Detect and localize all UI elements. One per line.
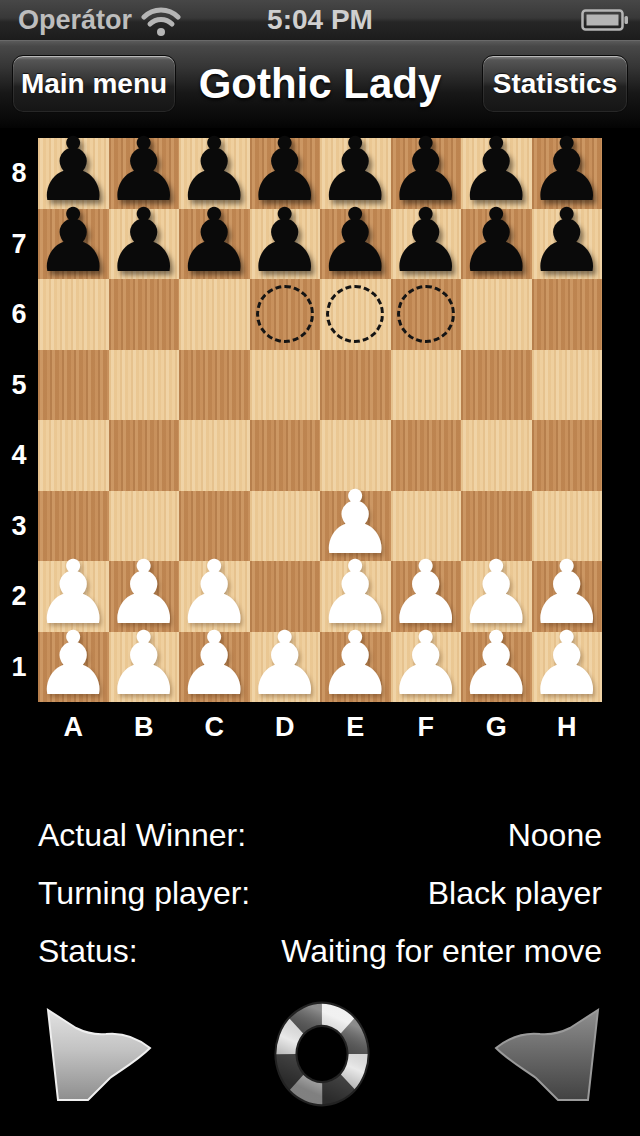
info-row: Actual Winner:Noone xyxy=(38,806,602,864)
file-label-g: G xyxy=(461,702,532,752)
square-c4[interactable] xyxy=(179,420,250,491)
lifebuoy-icon xyxy=(272,998,372,1112)
move-hint-circle[interactable] xyxy=(326,285,384,343)
square-b7[interactable]: ♟ xyxy=(109,209,180,280)
square-c7[interactable]: ♟ xyxy=(179,209,250,280)
square-g5[interactable] xyxy=(461,350,532,421)
square-b1[interactable]: ♟ xyxy=(109,632,180,703)
square-c5[interactable] xyxy=(179,350,250,421)
square-c6[interactable] xyxy=(179,279,250,350)
info-row: Status:Waiting for enter move xyxy=(38,922,602,980)
main-menu-button[interactable]: Main menu xyxy=(12,55,176,113)
square-h1[interactable]: ♟ xyxy=(532,632,603,703)
file-labels: ABCDEFGH xyxy=(38,702,602,752)
undo-arrow-icon xyxy=(40,1006,156,1110)
file-label-a: A xyxy=(38,702,109,752)
square-g1[interactable]: ♟ xyxy=(461,632,532,703)
nav-bar: Gothic Lady Main menu Statistics xyxy=(0,40,640,128)
white-pawn: ♟ xyxy=(457,620,536,708)
square-f5[interactable] xyxy=(391,350,462,421)
square-f1[interactable]: ♟ xyxy=(391,632,462,703)
info-label: Status: xyxy=(38,933,138,970)
rank-label-3: 3 xyxy=(0,491,38,562)
redo-button[interactable] xyxy=(494,1006,610,1110)
white-pawn: ♟ xyxy=(104,620,183,708)
white-pawn: ♟ xyxy=(316,620,395,708)
status-bar: Operátor 5:04 PM xyxy=(0,0,640,40)
black-pawn: ♟ xyxy=(457,197,536,285)
rank-label-6: 6 xyxy=(0,279,38,350)
info-value: Waiting for enter move xyxy=(281,933,602,970)
square-a6[interactable] xyxy=(38,279,109,350)
rank-label-7: 7 xyxy=(0,209,38,280)
game-info: Actual Winner:NooneTurning player:Black … xyxy=(38,806,602,980)
square-d7[interactable]: ♟ xyxy=(250,209,321,280)
square-b6[interactable] xyxy=(109,279,180,350)
square-f6[interactable] xyxy=(391,279,462,350)
square-e6[interactable] xyxy=(320,279,391,350)
info-value: Noone xyxy=(508,817,602,854)
square-h4[interactable] xyxy=(532,420,603,491)
square-h6[interactable] xyxy=(532,279,603,350)
move-hint-circle[interactable] xyxy=(397,285,455,343)
battery-icon xyxy=(581,9,628,31)
black-pawn: ♟ xyxy=(245,197,324,285)
white-pawn: ♟ xyxy=(34,620,113,708)
square-h5[interactable] xyxy=(532,350,603,421)
file-label-c: C xyxy=(179,702,250,752)
square-c1[interactable]: ♟ xyxy=(179,632,250,703)
white-pawn: ♟ xyxy=(527,620,606,708)
rank-label-8: 8 xyxy=(0,138,38,209)
square-f4[interactable] xyxy=(391,420,462,491)
file-label-f: F xyxy=(391,702,462,752)
square-b4[interactable] xyxy=(109,420,180,491)
square-e7[interactable]: ♟ xyxy=(320,209,391,280)
undo-button[interactable] xyxy=(40,1006,156,1110)
file-label-e: E xyxy=(320,702,391,752)
black-pawn: ♟ xyxy=(386,197,465,285)
clock: 5:04 PM xyxy=(0,4,640,36)
square-b5[interactable] xyxy=(109,350,180,421)
white-pawn: ♟ xyxy=(386,620,465,708)
square-h7[interactable]: ♟ xyxy=(532,209,603,280)
info-label: Turning player: xyxy=(38,875,250,912)
square-g6[interactable] xyxy=(461,279,532,350)
square-a5[interactable] xyxy=(38,350,109,421)
statistics-button[interactable]: Statistics xyxy=(482,55,628,113)
rank-label-4: 4 xyxy=(0,420,38,491)
square-g4[interactable] xyxy=(461,420,532,491)
square-g7[interactable]: ♟ xyxy=(461,209,532,280)
square-d1[interactable]: ♟ xyxy=(250,632,321,703)
black-pawn: ♟ xyxy=(175,197,254,285)
white-pawn: ♟ xyxy=(175,620,254,708)
rank-label-5: 5 xyxy=(0,350,38,421)
file-label-b: B xyxy=(109,702,180,752)
move-hint-circle[interactable] xyxy=(256,285,314,343)
rank-labels: 87654321 xyxy=(0,138,38,702)
square-f7[interactable]: ♟ xyxy=(391,209,462,280)
board: ♟♟♟♟♟♟♟♟♟♟♟♟♟♟♟♟♟♟♟♟♟♟♟♟♟♟♟♟♟♟♟♟ xyxy=(38,138,602,702)
file-label-h: H xyxy=(532,702,603,752)
square-d3[interactable] xyxy=(250,491,321,562)
help-button[interactable] xyxy=(272,998,372,1112)
square-e5[interactable] xyxy=(320,350,391,421)
square-a4[interactable] xyxy=(38,420,109,491)
info-row: Turning player:Black player xyxy=(38,864,602,922)
white-pawn: ♟ xyxy=(245,620,324,708)
black-pawn: ♟ xyxy=(527,197,606,285)
square-d6[interactable] xyxy=(250,279,321,350)
black-pawn: ♟ xyxy=(104,197,183,285)
square-d5[interactable] xyxy=(250,350,321,421)
rank-label-1: 1 xyxy=(0,632,38,703)
black-pawn: ♟ xyxy=(34,197,113,285)
info-value: Black player xyxy=(428,875,602,912)
square-a1[interactable]: ♟ xyxy=(38,632,109,703)
file-label-d: D xyxy=(250,702,321,752)
rank-label-2: 2 xyxy=(0,561,38,632)
info-label: Actual Winner: xyxy=(38,817,246,854)
square-a7[interactable]: ♟ xyxy=(38,209,109,280)
black-pawn: ♟ xyxy=(316,197,395,285)
redo-arrow-icon xyxy=(494,1006,610,1110)
square-e1[interactable]: ♟ xyxy=(320,632,391,703)
square-d4[interactable] xyxy=(250,420,321,491)
